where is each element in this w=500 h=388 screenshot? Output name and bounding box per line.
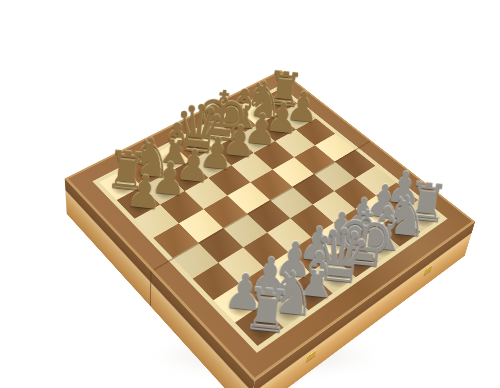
product-photo-stage: ♜♞♝♛♚♝♞♜♟♟♟♟♟♟♟♟♟♟♟♟♟♟♟♟♜♞♝♛♚♝♞♜: [0, 0, 500, 388]
brass-hinge-icon: [306, 350, 316, 362]
brass-hinge-icon: [424, 264, 433, 275]
chess-board: ♜♞♝♛♚♝♞♜♟♟♟♟♟♟♟♟♟♟♟♟♟♟♟♟♜♞♝♛♚♝♞♜: [65, 70, 476, 381]
scene: ♜♞♝♛♚♝♞♜♟♟♟♟♟♟♟♟♟♟♟♟♟♟♟♟♜♞♝♛♚♝♞♜: [0, 0, 500, 388]
fold-seam-side: [150, 270, 152, 307]
